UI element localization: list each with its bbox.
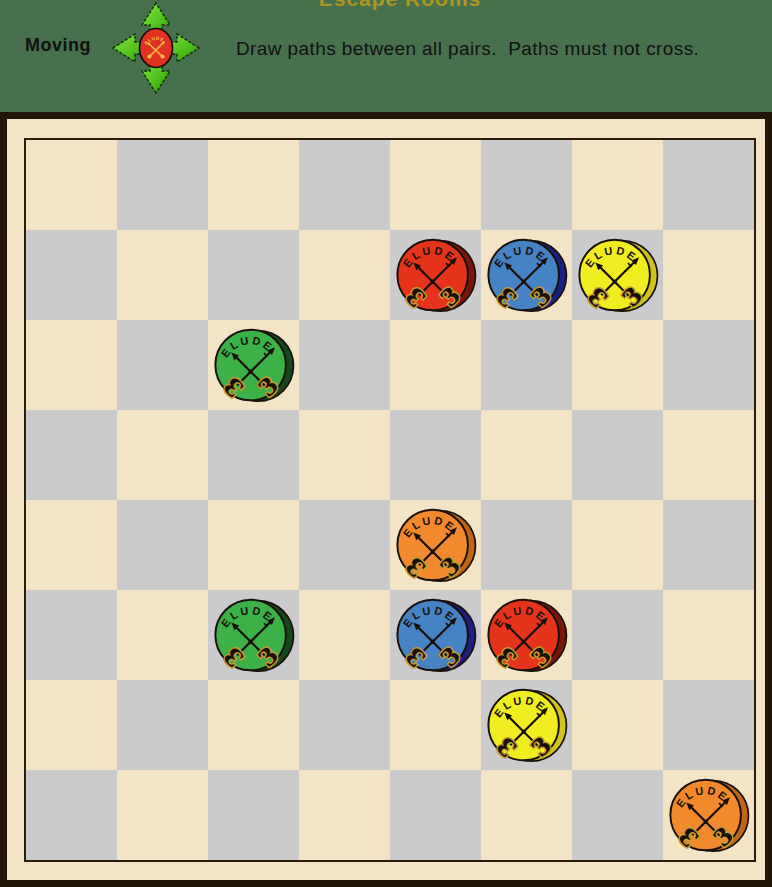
board-frame: ELUDE 3 3 ELUDE 3 3 [0, 112, 772, 887]
cell-r5c6[interactable] [481, 500, 572, 590]
cell-r6c8[interactable] [663, 590, 754, 680]
cell-r1c4[interactable] [299, 140, 390, 230]
cell-r3c5[interactable] [390, 320, 481, 410]
cell-r7c4[interactable] [299, 680, 390, 770]
cell-r4c5[interactable] [390, 410, 481, 500]
cell-r6c7[interactable] [572, 590, 663, 680]
cell-r3c3[interactable]: ELUDE 3 3 [208, 320, 299, 410]
cell-r2c6[interactable]: ELUDE 3 3 [481, 230, 572, 320]
cell-r1c6[interactable] [481, 140, 572, 230]
cell-r5c7[interactable] [572, 500, 663, 590]
cell-r5c4[interactable] [299, 500, 390, 590]
cell-r4c2[interactable] [117, 410, 208, 500]
cell-r3c4[interactable] [299, 320, 390, 410]
cell-r1c1[interactable] [26, 140, 117, 230]
cell-r5c5[interactable]: ELUDE 3 3 [390, 500, 481, 590]
elude-token-green[interactable]: ELUDE 3 3 [212, 323, 296, 407]
cell-r4c8[interactable] [663, 410, 754, 500]
cell-r6c4[interactable] [299, 590, 390, 680]
cell-r5c8[interactable] [663, 500, 754, 590]
cell-r7c6[interactable]: ELUDE 3 3 [481, 680, 572, 770]
cell-r5c1[interactable] [26, 500, 117, 590]
instructions-text: Draw paths between all pairs. Paths must… [236, 38, 699, 60]
cell-r3c7[interactable] [572, 320, 663, 410]
cell-r4c7[interactable] [572, 410, 663, 500]
cell-r4c3[interactable] [208, 410, 299, 500]
elude-token-yellow[interactable]: ELUDE 3 3 [576, 233, 660, 317]
cell-r2c4[interactable] [299, 230, 390, 320]
cell-r8c1[interactable] [26, 770, 117, 860]
elude-token-orange[interactable]: ELUDE 3 3 [667, 773, 751, 857]
cell-r2c7[interactable]: ELUDE 3 3 [572, 230, 663, 320]
cell-r1c5[interactable] [390, 140, 481, 230]
elude-token-blue[interactable]: ELUDE 3 3 [394, 593, 478, 677]
cell-r6c5[interactable]: ELUDE 3 3 [390, 590, 481, 680]
cell-r8c8[interactable]: ELUDE 3 3 [663, 770, 754, 860]
elude-token-red[interactable]: ELUDE 3 3 [485, 593, 569, 677]
cell-r7c8[interactable] [663, 680, 754, 770]
cell-r4c6[interactable] [481, 410, 572, 500]
cell-r5c2[interactable] [117, 500, 208, 590]
cell-r8c7[interactable] [572, 770, 663, 860]
elude-token-orange[interactable]: ELUDE 3 3 [394, 503, 478, 587]
game-board: ELUDE 3 3 ELUDE 3 3 [24, 138, 756, 862]
cell-r7c5[interactable] [390, 680, 481, 770]
cell-r1c8[interactable] [663, 140, 754, 230]
elude-token-green[interactable]: ELUDE 3 3 [212, 593, 296, 677]
cell-r1c2[interactable] [117, 140, 208, 230]
cell-r2c5[interactable]: ELUDE 3 3 [390, 230, 481, 320]
mini-elude-token: ELUDE [140, 29, 173, 68]
moving-label: Moving [25, 35, 91, 56]
cell-r4c4[interactable] [299, 410, 390, 500]
cell-r8c3[interactable] [208, 770, 299, 860]
cell-r2c1[interactable] [26, 230, 117, 320]
cell-r3c2[interactable] [117, 320, 208, 410]
cell-r3c8[interactable] [663, 320, 754, 410]
cell-r7c7[interactable] [572, 680, 663, 770]
cell-r8c6[interactable] [481, 770, 572, 860]
cell-r6c3[interactable]: ELUDE 3 3 [208, 590, 299, 680]
cell-r3c1[interactable] [26, 320, 117, 410]
cell-r2c8[interactable] [663, 230, 754, 320]
cell-r1c3[interactable] [208, 140, 299, 230]
cell-r6c2[interactable] [117, 590, 208, 680]
elude-token-yellow[interactable]: ELUDE 3 3 [485, 683, 569, 767]
elude-token-red[interactable]: ELUDE 3 3 [394, 233, 478, 317]
cell-r7c3[interactable] [208, 680, 299, 770]
cell-r4c1[interactable] [26, 410, 117, 500]
cell-r8c4[interactable] [299, 770, 390, 860]
cell-r2c3[interactable] [208, 230, 299, 320]
header: Escape Rooms Moving ELUDE [0, 0, 772, 112]
cell-r8c5[interactable] [390, 770, 481, 860]
cell-r7c1[interactable] [26, 680, 117, 770]
cell-r8c2[interactable] [117, 770, 208, 860]
cell-r5c3[interactable] [208, 500, 299, 590]
elude-token-blue[interactable]: ELUDE 3 3 [485, 233, 569, 317]
cell-r1c7[interactable] [572, 140, 663, 230]
cell-r7c2[interactable] [117, 680, 208, 770]
cell-r6c1[interactable] [26, 590, 117, 680]
cell-r2c2[interactable] [117, 230, 208, 320]
move-arrows-icon: ELUDE [112, 2, 200, 94]
cell-r3c6[interactable] [481, 320, 572, 410]
cell-r6c6[interactable]: ELUDE 3 3 [481, 590, 572, 680]
